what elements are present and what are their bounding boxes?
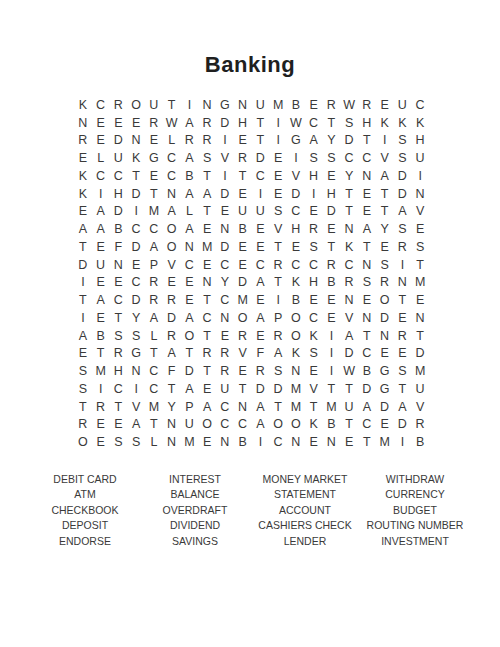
grid-cell: N	[358, 167, 376, 185]
grid-cell: I	[127, 380, 145, 398]
grid-cell: N	[74, 114, 92, 132]
grid-cell: K	[287, 274, 305, 292]
grid-cell: A	[394, 203, 412, 221]
grid-cell: A	[198, 398, 216, 416]
grid-cell: T	[234, 380, 252, 398]
grid-cell: U	[145, 96, 163, 114]
grid-cell: E	[358, 291, 376, 309]
letter-grid: KCROUTINGNUMBERWREUCNEEERWARDHTIWCTSHKKK…	[74, 96, 429, 451]
grid-cell: A	[145, 238, 163, 256]
grid-cell: T	[358, 238, 376, 256]
grid-cell: T	[92, 345, 110, 363]
grid-cell: T	[376, 203, 394, 221]
grid-cell: E	[252, 327, 270, 345]
grid-cell: I	[269, 291, 287, 309]
grid-cell: O	[127, 96, 145, 114]
grid-cell: M	[287, 398, 305, 416]
grid-cell: F	[110, 238, 128, 256]
grid-cell: E	[305, 362, 323, 380]
grid-cell: T	[74, 291, 92, 309]
grid-cell: E	[269, 185, 287, 203]
grid-cell: W	[287, 114, 305, 132]
grid-cell: D	[394, 185, 412, 203]
grid-cell: S	[394, 220, 412, 238]
grid-cell: A	[252, 398, 270, 416]
grid-cell: S	[323, 149, 341, 167]
grid-cell: E	[110, 114, 128, 132]
grid-cell: E	[92, 238, 110, 256]
grid-cell: R	[269, 256, 287, 274]
grid-cell: S	[394, 149, 412, 167]
grid-cell: D	[127, 291, 145, 309]
grid-cell: E	[145, 132, 163, 150]
grid-cell: V	[411, 203, 429, 221]
grid-cell: M	[145, 398, 163, 416]
word-item: DEBIT CARD	[30, 471, 140, 487]
grid-cell: U	[252, 203, 270, 221]
grid-cell: S	[411, 238, 429, 256]
grid-cell: C	[287, 256, 305, 274]
grid-cell: T	[110, 398, 128, 416]
grid-cell: O	[181, 327, 199, 345]
grid-cell: D	[216, 238, 234, 256]
grid-cell: I	[394, 256, 412, 274]
grid-cell: U	[411, 149, 429, 167]
grid-cell: L	[145, 433, 163, 451]
grid-cell: V	[340, 309, 358, 327]
grid-cell: E	[127, 256, 145, 274]
grid-cell: D	[127, 185, 145, 203]
grid-cell: E	[376, 96, 394, 114]
grid-cell: C	[305, 114, 323, 132]
grid-cell: U	[110, 149, 128, 167]
word-item: DIVIDEND	[140, 518, 250, 534]
grid-cell: T	[145, 345, 163, 363]
grid-cell: N	[340, 291, 358, 309]
grid-cell: B	[92, 327, 110, 345]
grid-cell: R	[411, 416, 429, 434]
grid-cell: E	[411, 220, 429, 238]
grid-cell: R	[163, 291, 181, 309]
grid-cell: I	[411, 167, 429, 185]
grid-cell: C	[216, 256, 234, 274]
word-item: OVERDRAFT	[140, 502, 250, 518]
puzzle-title: Banking	[0, 52, 500, 78]
grid-cell: O	[74, 433, 92, 451]
grid-cell: K	[74, 96, 92, 114]
grid-cell: D	[287, 185, 305, 203]
word-item: BALANCE	[140, 487, 250, 503]
grid-cell: E	[216, 327, 234, 345]
grid-cell: D	[269, 380, 287, 398]
grid-cell: T	[74, 238, 92, 256]
grid-cell: E	[74, 345, 92, 363]
grid-cell: T	[411, 256, 429, 274]
grid-cell: C	[127, 274, 145, 292]
grid-cell: D	[110, 132, 128, 150]
grid-cell: L	[92, 149, 110, 167]
grid-cell: G	[376, 362, 394, 380]
grid-cell: Y	[216, 274, 234, 292]
grid-cell: R	[323, 256, 341, 274]
grid-cell: R	[358, 96, 376, 114]
grid-cell: N	[163, 416, 181, 434]
grid-cell: E	[163, 274, 181, 292]
grid-cell: A	[163, 345, 181, 363]
grid-cell: E	[252, 238, 270, 256]
grid-cell: A	[376, 167, 394, 185]
grid-cell: C	[358, 416, 376, 434]
grid-cell: I	[305, 185, 323, 203]
grid-cell: C	[269, 433, 287, 451]
grid-cell: S	[127, 433, 145, 451]
grid-cell: R	[110, 96, 128, 114]
grid-cell: N	[287, 433, 305, 451]
grid-cell: T	[234, 167, 252, 185]
grid-cell: E	[287, 238, 305, 256]
grid-cell: S	[394, 362, 412, 380]
grid-cell: R	[92, 398, 110, 416]
grid-cell: R	[376, 274, 394, 292]
grid-cell: T	[394, 380, 412, 398]
grid-cell: S	[305, 149, 323, 167]
grid-cell: I	[181, 96, 199, 114]
grid-cell: R	[145, 274, 163, 292]
grid-cell: C	[340, 149, 358, 167]
grid-cell: S	[269, 362, 287, 380]
grid-cell: T	[269, 274, 287, 292]
grid-cell: Y	[163, 398, 181, 416]
grid-cell: R	[394, 238, 412, 256]
grid-cell: N	[216, 433, 234, 451]
grid-cell: K	[376, 114, 394, 132]
grid-cell: B	[287, 291, 305, 309]
grid-cell: T	[358, 433, 376, 451]
grid-cell: T	[411, 327, 429, 345]
grid-cell: K	[127, 149, 145, 167]
grid-cell: H	[411, 132, 429, 150]
grid-cell: V	[234, 345, 252, 363]
grid-cell: B	[411, 433, 429, 451]
word-item: ROUTING NUMBER	[360, 518, 470, 534]
grid-cell: D	[110, 203, 128, 221]
grid-cell: S	[198, 149, 216, 167]
word-item: INVESTMENT	[360, 533, 470, 549]
grid-cell: E	[198, 380, 216, 398]
grid-cell: K	[340, 238, 358, 256]
grid-cell: T	[127, 167, 145, 185]
grid-cell: D	[340, 132, 358, 150]
grid-cell: S	[376, 256, 394, 274]
grid-cell: V	[216, 149, 234, 167]
grid-cell: P	[145, 256, 163, 274]
grid-cell: C	[358, 149, 376, 167]
grid-cell: N	[127, 362, 145, 380]
grid-cell: T	[340, 185, 358, 203]
grid-cell: O	[287, 416, 305, 434]
grid-cell: E	[181, 291, 199, 309]
grid-cell: N	[234, 398, 252, 416]
grid-cell: T	[252, 132, 270, 150]
grid-cell: O	[234, 309, 252, 327]
grid-cell: E	[145, 167, 163, 185]
grid-cell: N	[376, 327, 394, 345]
grid-cell: M	[181, 433, 199, 451]
word-item: WITHDRAW	[360, 471, 470, 487]
grid-cell: E	[323, 309, 341, 327]
grid-cell: O	[287, 327, 305, 345]
grid-cell: W	[163, 114, 181, 132]
grid-cell: S	[74, 362, 92, 380]
word-item: CHECKBOOK	[30, 502, 140, 518]
grid-cell: A	[198, 185, 216, 203]
grid-cell: R	[74, 132, 92, 150]
grid-cell: T	[163, 380, 181, 398]
grid-cell: A	[74, 327, 92, 345]
grid-cell: L	[181, 203, 199, 221]
grid-cell: O	[376, 291, 394, 309]
grid-cell: E	[74, 149, 92, 167]
grid-cell: H	[358, 114, 376, 132]
grid-cell: B	[323, 416, 341, 434]
grid-cell: I	[376, 132, 394, 150]
grid-cell: E	[92, 309, 110, 327]
grid-cell: R	[198, 114, 216, 132]
grid-cell: A	[181, 220, 199, 238]
grid-cell: C	[216, 398, 234, 416]
grid-cell: D	[252, 149, 270, 167]
grid-cell: A	[92, 220, 110, 238]
grid-cell: E	[305, 96, 323, 114]
grid-cell: K	[74, 185, 92, 203]
grid-cell: E	[252, 291, 270, 309]
grid-cell: C	[110, 380, 128, 398]
grid-cell: A	[92, 203, 110, 221]
grid-cell: E	[110, 274, 128, 292]
word-item: CASHIERS CHECK	[250, 518, 360, 534]
grid-cell: G	[287, 132, 305, 150]
grid-cell: A	[252, 416, 270, 434]
grid-cell: T	[323, 380, 341, 398]
grid-cell: A	[127, 416, 145, 434]
grid-cell: C	[234, 416, 252, 434]
grid-cell: B	[181, 167, 199, 185]
grid-cell: E	[234, 238, 252, 256]
grid-cell: P	[181, 398, 199, 416]
word-list: DEBIT CARDINTERESTMONEY MARKETWITHDRAWAT…	[30, 471, 470, 549]
grid-cell: T	[198, 203, 216, 221]
grid-cell: G	[145, 149, 163, 167]
grid-cell: F	[163, 362, 181, 380]
grid-cell: S	[127, 327, 145, 345]
grid-cell: M	[92, 362, 110, 380]
grid-cell: T	[358, 132, 376, 150]
grid-cell: F	[252, 345, 270, 363]
grid-cell: I	[216, 167, 234, 185]
grid-cell: Y	[323, 132, 341, 150]
grid-cell: E	[323, 291, 341, 309]
grid-cell: C	[145, 362, 163, 380]
grid-cell: E	[127, 114, 145, 132]
grid-cell: H	[287, 220, 305, 238]
word-item: DEPOSIT	[30, 518, 140, 534]
grid-cell: N	[287, 362, 305, 380]
grid-cell: A	[181, 185, 199, 203]
word-item: ENDORSE	[30, 533, 140, 549]
grid-cell: R	[234, 149, 252, 167]
grid-cell: T	[145, 185, 163, 203]
grid-cell: D	[127, 238, 145, 256]
grid-cell: E	[234, 132, 252, 150]
grid-cell: K	[305, 327, 323, 345]
grid-cell: R	[181, 132, 199, 150]
grid-cell: B	[234, 220, 252, 238]
grid-cell: T	[376, 185, 394, 203]
grid-cell: N	[216, 220, 234, 238]
grid-cell: R	[340, 274, 358, 292]
grid-cell: R	[145, 291, 163, 309]
grid-cell: S	[110, 433, 128, 451]
grid-cell: P	[269, 309, 287, 327]
word-item: ATM	[30, 487, 140, 503]
grid-cell: T	[269, 398, 287, 416]
grid-cell: I	[394, 433, 412, 451]
word-item: CURRENCY	[360, 487, 470, 503]
grid-cell: R	[269, 327, 287, 345]
grid-cell: T	[163, 96, 181, 114]
grid-cell: C	[198, 309, 216, 327]
grid-cell: S	[305, 345, 323, 363]
grid-cell: E	[376, 416, 394, 434]
grid-cell: C	[110, 291, 128, 309]
grid-cell: R	[198, 132, 216, 150]
grid-cell: C	[340, 256, 358, 274]
grid-cell: E	[340, 433, 358, 451]
grid-cell: O	[163, 238, 181, 256]
grid-cell: E	[92, 416, 110, 434]
grid-cell: C	[110, 167, 128, 185]
grid-cell: A	[181, 149, 199, 167]
grid-cell: E	[305, 291, 323, 309]
grid-cell: T	[198, 167, 216, 185]
grid-cell: V	[305, 380, 323, 398]
grid-cell: D	[234, 274, 252, 292]
grid-cell: G	[376, 380, 394, 398]
grid-cell: V	[269, 220, 287, 238]
grid-cell: M	[145, 203, 163, 221]
grid-cell: R	[163, 327, 181, 345]
grid-cell: S	[110, 327, 128, 345]
grid-cell: R	[216, 362, 234, 380]
grid-cell: E	[198, 220, 216, 238]
grid-cell: N	[340, 220, 358, 238]
grid-cell: A	[252, 274, 270, 292]
grid-cell: T	[340, 416, 358, 434]
grid-cell: E	[92, 433, 110, 451]
grid-cell: E	[305, 433, 323, 451]
grid-cell: C	[216, 416, 234, 434]
grid-cell: A	[340, 327, 358, 345]
grid-cell: I	[92, 185, 110, 203]
word-item: ACCOUNT	[250, 502, 360, 518]
grid-cell: I	[287, 149, 305, 167]
grid-cell: C	[92, 167, 110, 185]
grid-cell: A	[163, 203, 181, 221]
grid-cell: R	[198, 345, 216, 363]
grid-cell: E	[376, 238, 394, 256]
grid-cell: W	[340, 362, 358, 380]
grid-cell: B	[358, 362, 376, 380]
grid-cell: R	[74, 416, 92, 434]
grid-cell: E	[92, 274, 110, 292]
grid-cell: T	[305, 398, 323, 416]
grid-cell: E	[234, 256, 252, 274]
grid-cell: A	[74, 220, 92, 238]
grid-cell: C	[163, 167, 181, 185]
grid-cell: C	[92, 96, 110, 114]
grid-cell: E	[394, 309, 412, 327]
grid-cell: N	[234, 96, 252, 114]
grid-cell: D	[216, 185, 234, 203]
grid-cell: E	[305, 203, 323, 221]
grid-cell: I	[269, 132, 287, 150]
grid-cell: S	[340, 114, 358, 132]
grid-cell: H	[305, 274, 323, 292]
grid-cell: N	[358, 256, 376, 274]
grid-cell: E	[92, 132, 110, 150]
grid-cell: N	[163, 185, 181, 203]
grid-cell: I	[252, 185, 270, 203]
grid-cell: T	[181, 345, 199, 363]
grid-cell: I	[323, 345, 341, 363]
grid-cell: T	[358, 327, 376, 345]
grid-cell: C	[358, 345, 376, 363]
grid-cell: D	[163, 309, 181, 327]
grid-cell: I	[74, 309, 92, 327]
grid-cell: M	[234, 291, 252, 309]
grid-cell: C	[287, 203, 305, 221]
grid-cell: T	[340, 380, 358, 398]
word-item: STATEMENT	[250, 487, 360, 503]
grid-cell: R	[234, 327, 252, 345]
grid-cell: C	[305, 256, 323, 274]
grid-cell: R	[216, 345, 234, 363]
grid-cell: A	[358, 220, 376, 238]
grid-cell: D	[358, 380, 376, 398]
grid-cell: N	[198, 96, 216, 114]
grid-cell: D	[216, 114, 234, 132]
grid-cell: I	[323, 362, 341, 380]
grid-cell: U	[181, 416, 199, 434]
grid-cell: Y	[376, 220, 394, 238]
grid-cell: K	[305, 416, 323, 434]
grid-cell: I	[216, 132, 234, 150]
grid-cell: E	[376, 345, 394, 363]
grid-cell: H	[110, 185, 128, 203]
grid-cell: E	[198, 433, 216, 451]
grid-cell: T	[145, 416, 163, 434]
grid-cell: S	[358, 274, 376, 292]
grid-cell: M	[323, 398, 341, 416]
grid-cell: E	[269, 149, 287, 167]
grid-cell: H	[305, 167, 323, 185]
grid-cell: C	[181, 256, 199, 274]
grid-cell: E	[269, 167, 287, 185]
grid-cell: H	[110, 362, 128, 380]
grid-cell: T	[74, 398, 92, 416]
grid-cell: E	[323, 220, 341, 238]
grid-cell: K	[411, 114, 429, 132]
